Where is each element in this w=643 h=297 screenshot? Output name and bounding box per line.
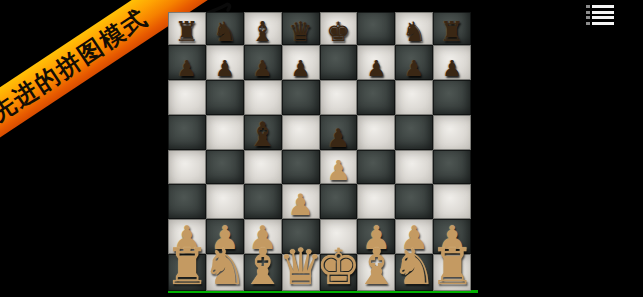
square-d4[interactable] <box>282 150 320 184</box>
piece-black-bishop[interactable]: ♝ <box>251 19 275 45</box>
square-c1[interactable]: ♝ <box>244 254 282 291</box>
square-b5[interactable] <box>206 115 244 150</box>
piece-black-rook[interactable]: ♜ <box>175 19 199 45</box>
square-g3[interactable] <box>395 184 433 219</box>
piece-white-pawn[interactable]: ♟ <box>326 158 351 184</box>
piece-black-pawn[interactable]: ♟ <box>366 59 386 80</box>
square-e4[interactable]: ♟ <box>320 150 358 184</box>
square-e3[interactable] <box>320 184 358 219</box>
square-b4[interactable] <box>206 150 244 184</box>
square-e8[interactable]: ♚ <box>320 12 358 45</box>
square-f3[interactable] <box>357 184 395 219</box>
square-f6[interactable] <box>357 80 395 115</box>
piece-black-pawn[interactable]: ♟ <box>215 59 235 80</box>
piece-white-rook[interactable]: ♜ <box>430 244 475 292</box>
piece-black-pawn[interactable]: ♟ <box>327 126 350 151</box>
square-c5[interactable]: ♝ <box>244 115 282 150</box>
square-c7[interactable]: ♟ <box>244 45 282 80</box>
list-menu-icon <box>586 11 614 14</box>
square-h3[interactable] <box>433 184 471 219</box>
piece-black-pawn[interactable]: ♟ <box>442 59 462 80</box>
square-d1[interactable]: ♛ <box>282 254 320 291</box>
square-d5[interactable] <box>282 115 320 150</box>
square-b1[interactable]: ♞ <box>206 254 244 291</box>
square-g7[interactable]: ♟ <box>395 45 433 80</box>
menu-button[interactable] <box>586 5 614 25</box>
piece-black-knight[interactable]: ♞ <box>402 19 426 45</box>
square-c3[interactable] <box>244 184 282 219</box>
square-h4[interactable] <box>433 150 471 184</box>
piece-black-pawn[interactable]: ♟ <box>291 59 311 80</box>
piece-black-pawn[interactable]: ♟ <box>253 59 273 80</box>
square-f7[interactable]: ♟ <box>357 45 395 80</box>
square-g1[interactable]: ♞ <box>395 254 433 291</box>
square-a7[interactable]: ♟ <box>168 45 206 80</box>
square-h7[interactable]: ♟ <box>433 45 471 80</box>
piece-black-knight[interactable]: ♞ <box>213 19 237 45</box>
square-e7[interactable] <box>320 45 358 80</box>
square-g5[interactable] <box>395 115 433 150</box>
piece-white-pawn[interactable]: ♟ <box>287 191 314 219</box>
square-c6[interactable] <box>244 80 282 115</box>
square-f8[interactable] <box>357 12 395 45</box>
square-f5[interactable] <box>357 115 395 150</box>
piece-black-pawn[interactable]: ♟ <box>177 59 197 80</box>
square-h1[interactable]: ♜ <box>433 254 471 291</box>
square-h6[interactable] <box>433 80 471 115</box>
list-menu-icon <box>586 22 614 25</box>
piece-black-pawn[interactable]: ♟ <box>404 59 424 80</box>
square-d8[interactable]: ♛ <box>282 12 320 45</box>
app-screen: ♜♞♝♛♚♞♜♟♟♟♟♟♟♟♝♟♟♟♟♟♟♟♟♟♜♞♝♛♚♝♞♜ 先进的拼图模式 <box>0 0 643 297</box>
square-e1[interactable]: ♚ <box>320 254 358 291</box>
square-f1[interactable]: ♝ <box>357 254 395 291</box>
chess-board[interactable]: ♜♞♝♛♚♞♜♟♟♟♟♟♟♟♝♟♟♟♟♟♟♟♟♟♜♞♝♛♚♝♞♜ <box>168 12 471 291</box>
square-b3[interactable] <box>206 184 244 219</box>
piece-black-king[interactable]: ♚ <box>326 19 350 45</box>
square-c8[interactable]: ♝ <box>244 12 282 45</box>
list-menu-icon <box>586 5 614 8</box>
square-e6[interactable] <box>320 80 358 115</box>
piece-black-bishop[interactable]: ♝ <box>247 118 277 150</box>
piece-black-queen[interactable]: ♛ <box>288 19 312 45</box>
square-e5[interactable]: ♟ <box>320 115 358 150</box>
square-a1[interactable]: ♜ <box>168 254 206 291</box>
square-g4[interactable] <box>395 150 433 184</box>
square-a5[interactable] <box>168 115 206 150</box>
square-b6[interactable] <box>206 80 244 115</box>
square-g8[interactable]: ♞ <box>395 12 433 45</box>
ribbon-label: 先进的拼图模式 <box>0 2 154 129</box>
square-a3[interactable] <box>168 184 206 219</box>
square-a8[interactable]: ♜ <box>168 12 206 45</box>
square-f4[interactable] <box>357 150 395 184</box>
square-a4[interactable] <box>168 150 206 184</box>
square-a6[interactable] <box>168 80 206 115</box>
square-d7[interactable]: ♟ <box>282 45 320 80</box>
square-h8[interactable]: ♜ <box>433 12 471 45</box>
piece-black-rook[interactable]: ♜ <box>440 19 464 45</box>
square-h5[interactable] <box>433 115 471 150</box>
square-g6[interactable] <box>395 80 433 115</box>
square-d6[interactable] <box>282 80 320 115</box>
square-b7[interactable]: ♟ <box>206 45 244 80</box>
list-menu-icon <box>586 16 614 19</box>
square-b8[interactable]: ♞ <box>206 12 244 45</box>
square-d3[interactable]: ♟ <box>282 184 320 219</box>
square-c4[interactable] <box>244 150 282 184</box>
